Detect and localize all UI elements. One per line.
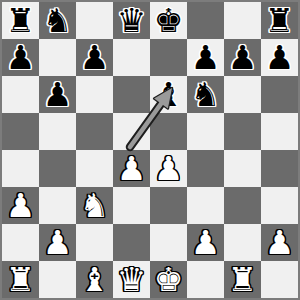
- square-d7[interactable]: [113, 39, 150, 76]
- square-f7[interactable]: ♟: [187, 39, 224, 76]
- square-a2[interactable]: [2, 224, 39, 261]
- square-g6[interactable]: [224, 76, 261, 113]
- square-b4[interactable]: [39, 150, 76, 187]
- white-pawn[interactable]: ♟: [113, 150, 150, 187]
- chess-board: ♜♞♛♚♜♟♟♟♟♟♟♝♞♟♟♟♞♟♟♟♜♝♛♚♜: [2, 2, 298, 298]
- square-e8[interactable]: ♚: [150, 2, 187, 39]
- square-a1[interactable]: ♜: [2, 261, 39, 298]
- square-h1[interactable]: [261, 261, 298, 298]
- black-pawn[interactable]: ♟: [224, 39, 261, 76]
- square-d1[interactable]: ♛: [113, 261, 150, 298]
- square-g1[interactable]: ♜: [224, 261, 261, 298]
- white-knight[interactable]: ♞: [76, 187, 113, 224]
- square-b7[interactable]: [39, 39, 76, 76]
- square-f6[interactable]: ♞: [187, 76, 224, 113]
- square-d8[interactable]: ♛: [113, 2, 150, 39]
- white-bishop[interactable]: ♝: [76, 261, 113, 298]
- black-queen[interactable]: ♛: [113, 2, 150, 39]
- square-e5[interactable]: [150, 113, 187, 150]
- square-a6[interactable]: [2, 76, 39, 113]
- black-pawn[interactable]: ♟: [2, 39, 39, 76]
- square-f1[interactable]: [187, 261, 224, 298]
- black-pawn[interactable]: ♟: [187, 39, 224, 76]
- square-a7[interactable]: ♟: [2, 39, 39, 76]
- black-knight[interactable]: ♞: [187, 76, 224, 113]
- white-pawn[interactable]: ♟: [261, 224, 298, 261]
- square-f4[interactable]: [187, 150, 224, 187]
- square-e4[interactable]: ♟: [150, 150, 187, 187]
- square-g2[interactable]: [224, 224, 261, 261]
- square-e3[interactable]: [150, 187, 187, 224]
- square-f8[interactable]: [187, 2, 224, 39]
- square-e6[interactable]: ♝: [150, 76, 187, 113]
- square-c4[interactable]: [76, 150, 113, 187]
- square-a3[interactable]: ♟: [2, 187, 39, 224]
- square-e2[interactable]: [150, 224, 187, 261]
- square-g3[interactable]: [224, 187, 261, 224]
- chessboard-screenshot: ♜♞♛♚♜♟♟♟♟♟♟♝♞♟♟♟♞♟♟♟♜♝♛♚♜: [0, 0, 300, 300]
- square-h5[interactable]: [261, 113, 298, 150]
- white-rook[interactable]: ♜: [224, 261, 261, 298]
- square-d3[interactable]: [113, 187, 150, 224]
- black-pawn[interactable]: ♟: [261, 39, 298, 76]
- white-pawn[interactable]: ♟: [150, 150, 187, 187]
- square-b3[interactable]: [39, 187, 76, 224]
- black-knight[interactable]: ♞: [39, 2, 76, 39]
- square-b5[interactable]: [39, 113, 76, 150]
- square-c3[interactable]: ♞: [76, 187, 113, 224]
- square-d4[interactable]: ♟: [113, 150, 150, 187]
- square-h2[interactable]: ♟: [261, 224, 298, 261]
- square-a8[interactable]: ♜: [2, 2, 39, 39]
- white-pawn[interactable]: ♟: [187, 224, 224, 261]
- black-pawn[interactable]: ♟: [76, 39, 113, 76]
- square-g5[interactable]: [224, 113, 261, 150]
- square-c8[interactable]: [76, 2, 113, 39]
- square-h6[interactable]: [261, 76, 298, 113]
- black-bishop[interactable]: ♝: [150, 76, 187, 113]
- square-c7[interactable]: ♟: [76, 39, 113, 76]
- square-g4[interactable]: [224, 150, 261, 187]
- square-a5[interactable]: [2, 113, 39, 150]
- black-rook[interactable]: ♜: [2, 2, 39, 39]
- square-c1[interactable]: ♝: [76, 261, 113, 298]
- square-b8[interactable]: ♞: [39, 2, 76, 39]
- black-rook[interactable]: ♜: [261, 2, 298, 39]
- square-d5[interactable]: [113, 113, 150, 150]
- white-king[interactable]: ♚: [150, 261, 187, 298]
- square-h8[interactable]: ♜: [261, 2, 298, 39]
- square-b6[interactable]: ♟: [39, 76, 76, 113]
- square-b1[interactable]: [39, 261, 76, 298]
- square-e1[interactable]: ♚: [150, 261, 187, 298]
- square-c2[interactable]: [76, 224, 113, 261]
- square-c6[interactable]: [76, 76, 113, 113]
- square-b2[interactable]: ♟: [39, 224, 76, 261]
- white-pawn[interactable]: ♟: [2, 187, 39, 224]
- square-h7[interactable]: ♟: [261, 39, 298, 76]
- square-g8[interactable]: [224, 2, 261, 39]
- white-pawn[interactable]: ♟: [39, 224, 76, 261]
- white-rook[interactable]: ♜: [2, 261, 39, 298]
- square-c5[interactable]: [76, 113, 113, 150]
- square-h4[interactable]: [261, 150, 298, 187]
- square-g7[interactable]: ♟: [224, 39, 261, 76]
- square-a4[interactable]: [2, 150, 39, 187]
- square-h3[interactable]: [261, 187, 298, 224]
- square-f3[interactable]: [187, 187, 224, 224]
- square-f2[interactable]: ♟: [187, 224, 224, 261]
- square-f5[interactable]: [187, 113, 224, 150]
- black-king[interactable]: ♚: [150, 2, 187, 39]
- white-queen[interactable]: ♛: [113, 261, 150, 298]
- square-d2[interactable]: [113, 224, 150, 261]
- black-pawn[interactable]: ♟: [39, 76, 76, 113]
- square-d6[interactable]: [113, 76, 150, 113]
- square-e7[interactable]: [150, 39, 187, 76]
